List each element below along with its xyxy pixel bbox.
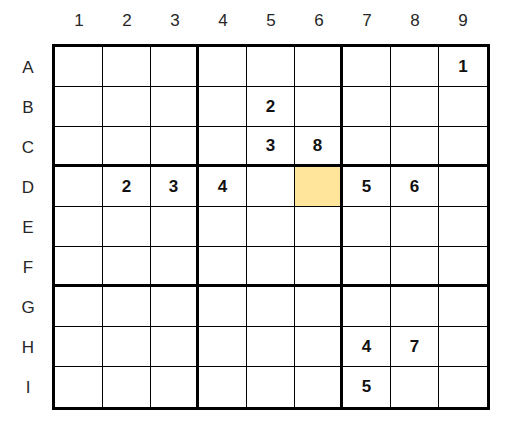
cell-E6[interactable] xyxy=(295,207,343,247)
column-label-4: 4 xyxy=(199,0,247,44)
cell-D4[interactable]: 4 xyxy=(199,167,247,207)
cell-A4[interactable] xyxy=(199,47,247,87)
cell-G7[interactable] xyxy=(343,287,391,327)
cell-E9[interactable] xyxy=(439,207,487,247)
cell-G3[interactable] xyxy=(151,287,199,327)
column-label-1: 1 xyxy=(55,0,103,44)
column-label-5: 5 xyxy=(247,0,295,44)
cell-H8[interactable]: 7 xyxy=(391,327,439,367)
cell-D9[interactable] xyxy=(439,167,487,207)
cell-H9[interactable] xyxy=(439,327,487,367)
cell-H3[interactable] xyxy=(151,327,199,367)
cell-B1[interactable] xyxy=(55,87,103,127)
cell-B2[interactable] xyxy=(103,87,151,127)
cell-E4[interactable] xyxy=(199,207,247,247)
cell-I1[interactable] xyxy=(55,367,103,407)
row-label-C: C xyxy=(8,127,48,167)
cell-A5[interactable] xyxy=(247,47,295,87)
row-label-E: E xyxy=(8,207,48,247)
row-label-F: F xyxy=(8,247,48,287)
sudoku-page: 123456789 ABCDEFGHI 123823456475 xyxy=(0,0,508,432)
cell-F4[interactable] xyxy=(199,247,247,287)
cell-F8[interactable] xyxy=(391,247,439,287)
cell-I2[interactable] xyxy=(103,367,151,407)
row-label-I: I xyxy=(8,367,48,407)
cell-B8[interactable] xyxy=(391,87,439,127)
cell-E8[interactable] xyxy=(391,207,439,247)
cell-C6[interactable]: 8 xyxy=(295,127,343,167)
cell-C3[interactable] xyxy=(151,127,199,167)
cell-H7[interactable]: 4 xyxy=(343,327,391,367)
cell-G6[interactable] xyxy=(295,287,343,327)
row-labels: ABCDEFGHI xyxy=(0,44,52,410)
cell-E5[interactable] xyxy=(247,207,295,247)
cell-E7[interactable] xyxy=(343,207,391,247)
cell-G5[interactable] xyxy=(247,287,295,327)
cell-F6[interactable] xyxy=(295,247,343,287)
cell-C1[interactable] xyxy=(55,127,103,167)
column-label-9: 9 xyxy=(439,0,487,44)
cell-H1[interactable] xyxy=(55,327,103,367)
cell-D8[interactable]: 6 xyxy=(391,167,439,207)
cell-F2[interactable] xyxy=(103,247,151,287)
cell-F1[interactable] xyxy=(55,247,103,287)
cell-H4[interactable] xyxy=(199,327,247,367)
cell-G2[interactable] xyxy=(103,287,151,327)
cell-E2[interactable] xyxy=(103,207,151,247)
cell-H5[interactable] xyxy=(247,327,295,367)
column-label-3: 3 xyxy=(151,0,199,44)
cell-C7[interactable] xyxy=(343,127,391,167)
cell-I6[interactable] xyxy=(295,367,343,407)
cell-A7[interactable] xyxy=(343,47,391,87)
cell-A2[interactable] xyxy=(103,47,151,87)
column-label-6: 6 xyxy=(295,0,343,44)
column-label-2: 2 xyxy=(103,0,151,44)
cell-H2[interactable] xyxy=(103,327,151,367)
cell-B6[interactable] xyxy=(295,87,343,127)
cell-I4[interactable] xyxy=(199,367,247,407)
cell-E3[interactable] xyxy=(151,207,199,247)
cell-B3[interactable] xyxy=(151,87,199,127)
column-label-8: 8 xyxy=(391,0,439,44)
cell-B5[interactable]: 2 xyxy=(247,87,295,127)
cell-G1[interactable] xyxy=(55,287,103,327)
cell-D3[interactable]: 3 xyxy=(151,167,199,207)
cell-A9[interactable]: 1 xyxy=(439,47,487,87)
cell-B9[interactable] xyxy=(439,87,487,127)
cell-C8[interactable] xyxy=(391,127,439,167)
cell-C2[interactable] xyxy=(103,127,151,167)
cell-G4[interactable] xyxy=(199,287,247,327)
cell-I7[interactable]: 5 xyxy=(343,367,391,407)
cell-C5[interactable]: 3 xyxy=(247,127,295,167)
corner-spacer xyxy=(0,0,52,44)
cell-I8[interactable] xyxy=(391,367,439,407)
cell-F9[interactable] xyxy=(439,247,487,287)
row-label-G: G xyxy=(8,287,48,327)
cell-D1[interactable] xyxy=(55,167,103,207)
cell-B7[interactable] xyxy=(343,87,391,127)
cell-I5[interactable] xyxy=(247,367,295,407)
sudoku-layout: 123456789 ABCDEFGHI 123823456475 xyxy=(0,0,490,410)
column-label-7: 7 xyxy=(343,0,391,44)
row-label-D: D xyxy=(8,167,48,207)
row-label-H: H xyxy=(8,327,48,367)
cell-F7[interactable] xyxy=(343,247,391,287)
cell-C9[interactable] xyxy=(439,127,487,167)
cell-D6[interactable] xyxy=(295,167,343,207)
cell-I3[interactable] xyxy=(151,367,199,407)
cell-A8[interactable] xyxy=(391,47,439,87)
cell-F5[interactable] xyxy=(247,247,295,287)
cell-F3[interactable] xyxy=(151,247,199,287)
row-label-B: B xyxy=(8,87,48,127)
cell-A6[interactable] xyxy=(295,47,343,87)
sudoku-board: 123823456475 xyxy=(52,44,490,410)
column-labels: 123456789 xyxy=(52,0,490,44)
cell-C4[interactable] xyxy=(199,127,247,167)
cell-A3[interactable] xyxy=(151,47,199,87)
cell-I9[interactable] xyxy=(439,367,487,407)
cell-E1[interactable] xyxy=(55,207,103,247)
cell-D7[interactable]: 5 xyxy=(343,167,391,207)
cell-D5[interactable] xyxy=(247,167,295,207)
cell-G8[interactable] xyxy=(391,287,439,327)
cell-A1[interactable] xyxy=(55,47,103,87)
cell-B4[interactable] xyxy=(199,87,247,127)
row-label-A: A xyxy=(8,47,48,87)
cell-D2[interactable]: 2 xyxy=(103,167,151,207)
cell-H6[interactable] xyxy=(295,327,343,367)
cell-G9[interactable] xyxy=(439,287,487,327)
